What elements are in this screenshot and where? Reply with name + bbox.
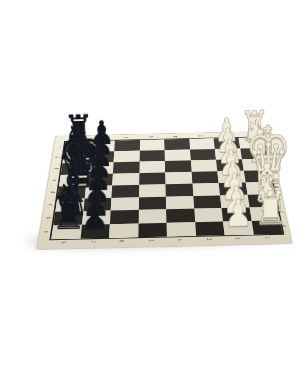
vinyl-chess-mat: 87654321 87654321 hgfedcba hgfedcba ♜♟♟♜… <box>36 131 292 250</box>
square-b1: ♞ <box>249 207 279 221</box>
square-c8: ♝ <box>55 198 84 211</box>
square-f2: ♟ <box>216 159 243 171</box>
square-d1: ♛ <box>245 182 274 195</box>
square-c3 <box>193 195 222 208</box>
square-d8: ♛ <box>57 186 85 199</box>
square-g6 <box>114 151 140 163</box>
square-d5 <box>139 184 166 197</box>
square-g5 <box>139 150 165 162</box>
square-d4 <box>165 184 192 197</box>
coordinate-label: e <box>41 178 68 182</box>
coordinate-label: f <box>258 161 285 165</box>
square-f3 <box>190 160 217 172</box>
square-a3 <box>195 221 225 236</box>
square-e7: ♟ <box>86 174 113 186</box>
square-c2: ♟ <box>220 195 249 208</box>
square-b7: ♟ <box>82 211 111 225</box>
square-g2: ♟ <box>215 148 242 160</box>
square-f4 <box>165 160 191 172</box>
square-f5 <box>139 161 165 173</box>
square-f6 <box>113 162 139 174</box>
square-a5 <box>138 223 167 238</box>
coordinate-label: 2 <box>219 130 229 140</box>
coordinate-label: h <box>47 145 72 149</box>
square-c1: ♝ <box>247 194 277 207</box>
square-b4 <box>166 209 195 223</box>
square-c6 <box>111 197 139 210</box>
square-g3 <box>190 149 216 161</box>
coordinate-label: 8 <box>72 133 82 144</box>
chess-board: ♜♟♟♜♞♟♟♞♝♟♟♝♚♟♟♚♛♟♟♛♝♟♟♝♞♟♟♞♜♟♟♜ <box>49 137 284 241</box>
coordinate-label: f <box>43 166 69 170</box>
coordinate-label: g <box>256 150 282 154</box>
square-e2: ♟ <box>217 171 245 183</box>
coordinate-label: 1 <box>243 130 254 140</box>
square-a1: ♜ <box>251 220 282 235</box>
square-e3 <box>191 171 218 183</box>
square-e4 <box>165 172 192 184</box>
coordinate-label: h <box>254 140 280 144</box>
square-b5 <box>138 209 166 223</box>
square-a8: ♜ <box>51 225 81 240</box>
square-d6 <box>111 185 138 198</box>
square-d2: ♟ <box>219 182 248 195</box>
square-b2: ♟ <box>222 207 252 221</box>
coordinate-label: e <box>260 173 287 177</box>
square-g7: ♟ <box>88 151 114 163</box>
coordinate-label: 3 <box>195 131 205 141</box>
square-b3 <box>194 208 223 222</box>
square-c5 <box>138 197 166 210</box>
coordinate-label: g <box>45 155 71 159</box>
square-d7: ♟ <box>84 185 112 198</box>
product-photo-canvas: 87654321 87654321 hgfedcba hgfedcba ♜♟♟♜… <box>0 0 300 375</box>
coordinate-label: 7 <box>96 133 106 143</box>
board-perspective-wrapper: 87654321 87654321 hgfedcba hgfedcba ♜♟♟♜… <box>18 31 300 339</box>
square-f7: ♟ <box>87 162 114 174</box>
square-a6 <box>109 223 138 238</box>
square-a7: ♟ <box>80 224 110 239</box>
square-e6 <box>112 173 139 185</box>
square-c4 <box>166 196 194 209</box>
square-b8: ♞ <box>53 211 83 225</box>
coordinate-label: 5 <box>146 132 155 142</box>
square-d3 <box>192 183 220 196</box>
square-a4 <box>166 222 195 237</box>
square-g4 <box>165 149 191 161</box>
coordinate-label: 6 <box>121 132 130 142</box>
square-a2: ♟ <box>223 221 253 236</box>
square-e5 <box>139 172 166 184</box>
square-c7: ♟ <box>83 198 111 211</box>
coordinate-label: 4 <box>170 131 180 141</box>
square-b6 <box>110 210 139 224</box>
